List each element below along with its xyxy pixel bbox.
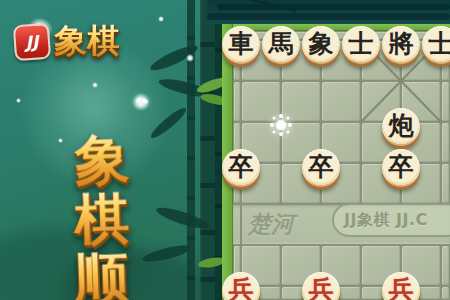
bamboo-cane <box>217 4 450 10</box>
piece-black-elephant[interactable]: 象 <box>302 26 340 64</box>
board-cell <box>234 82 240 121</box>
app-logo-title: 象棋 <box>54 24 120 57</box>
firefly-dot <box>186 54 194 62</box>
river-label: 楚河 <box>248 205 294 244</box>
watermark-pill: JJ象棋 JJ.C <box>332 203 450 237</box>
piece-black-chariot[interactable]: 車 <box>222 26 260 64</box>
board-cell <box>442 123 449 162</box>
app-screen: JJ 象棋 象 棋 顺 楚河 JJ象棋 JJ.C 車馬象士將士炮卒卒卒兵兵兵 <box>0 0 450 300</box>
bamboo-leaf <box>148 105 189 142</box>
firefly-dot <box>58 138 63 143</box>
piece-glyph: 兵 <box>309 277 334 300</box>
board-cell <box>322 82 360 121</box>
piece-glyph: 兵 <box>229 277 254 300</box>
piece-glyph: 馬 <box>269 31 294 56</box>
piece-glyph: 車 <box>229 31 254 56</box>
piece-black-soldier[interactable]: 卒 <box>382 149 420 187</box>
piece-glyph: 士 <box>349 31 374 56</box>
piece-black-general[interactable]: 將 <box>382 26 420 64</box>
piece-glyph: 士 <box>429 31 450 56</box>
jj-logo-badge: JJ <box>13 23 51 61</box>
piece-black-cannon[interactable]: 炮 <box>382 108 420 146</box>
firefly-dot <box>92 82 98 88</box>
piece-glyph: 卒 <box>229 154 254 179</box>
firefly-dot <box>158 16 164 22</box>
piece-black-soldier[interactable]: 卒 <box>302 149 340 187</box>
vertical-title-char: 顺 <box>69 247 135 300</box>
board-cell <box>442 82 449 121</box>
vertical-title-char: 象 <box>69 129 135 190</box>
board-cell <box>442 246 449 285</box>
board-cell <box>442 287 449 299</box>
bamboo-stalk <box>215 0 222 300</box>
board-cell <box>242 82 280 121</box>
piece-glyph: 卒 <box>389 154 414 179</box>
vertical-title: 象 棋 顺 <box>70 130 134 300</box>
bamboo-stalk <box>200 0 215 300</box>
board-cell <box>442 164 449 203</box>
piece-glyph: 炮 <box>389 113 414 138</box>
board-edge <box>222 24 450 31</box>
bamboo-cane <box>207 13 450 20</box>
piece-black-soldier[interactable]: 卒 <box>222 149 260 187</box>
vertical-title-char: 棋 <box>69 188 135 249</box>
app-logo: JJ 象棋 <box>14 20 120 60</box>
top-bamboo-band <box>207 0 450 24</box>
river-label-chu: 楚河 <box>248 209 294 240</box>
piece-glyph: 兵 <box>389 277 414 300</box>
watermark-text: JJ象棋 JJ.C <box>344 210 428 231</box>
firefly-dot <box>16 98 21 103</box>
piece-glyph: 將 <box>389 31 414 56</box>
piece-black-horse[interactable]: 馬 <box>262 26 300 64</box>
river-file-line <box>240 205 242 244</box>
piece-black-advisor[interactable]: 士 <box>342 26 380 64</box>
piece-glyph: 象 <box>309 31 334 56</box>
piece-glyph: 卒 <box>309 154 334 179</box>
left-panel: JJ 象棋 象 棋 顺 <box>0 0 222 300</box>
board-cell <box>282 82 320 121</box>
